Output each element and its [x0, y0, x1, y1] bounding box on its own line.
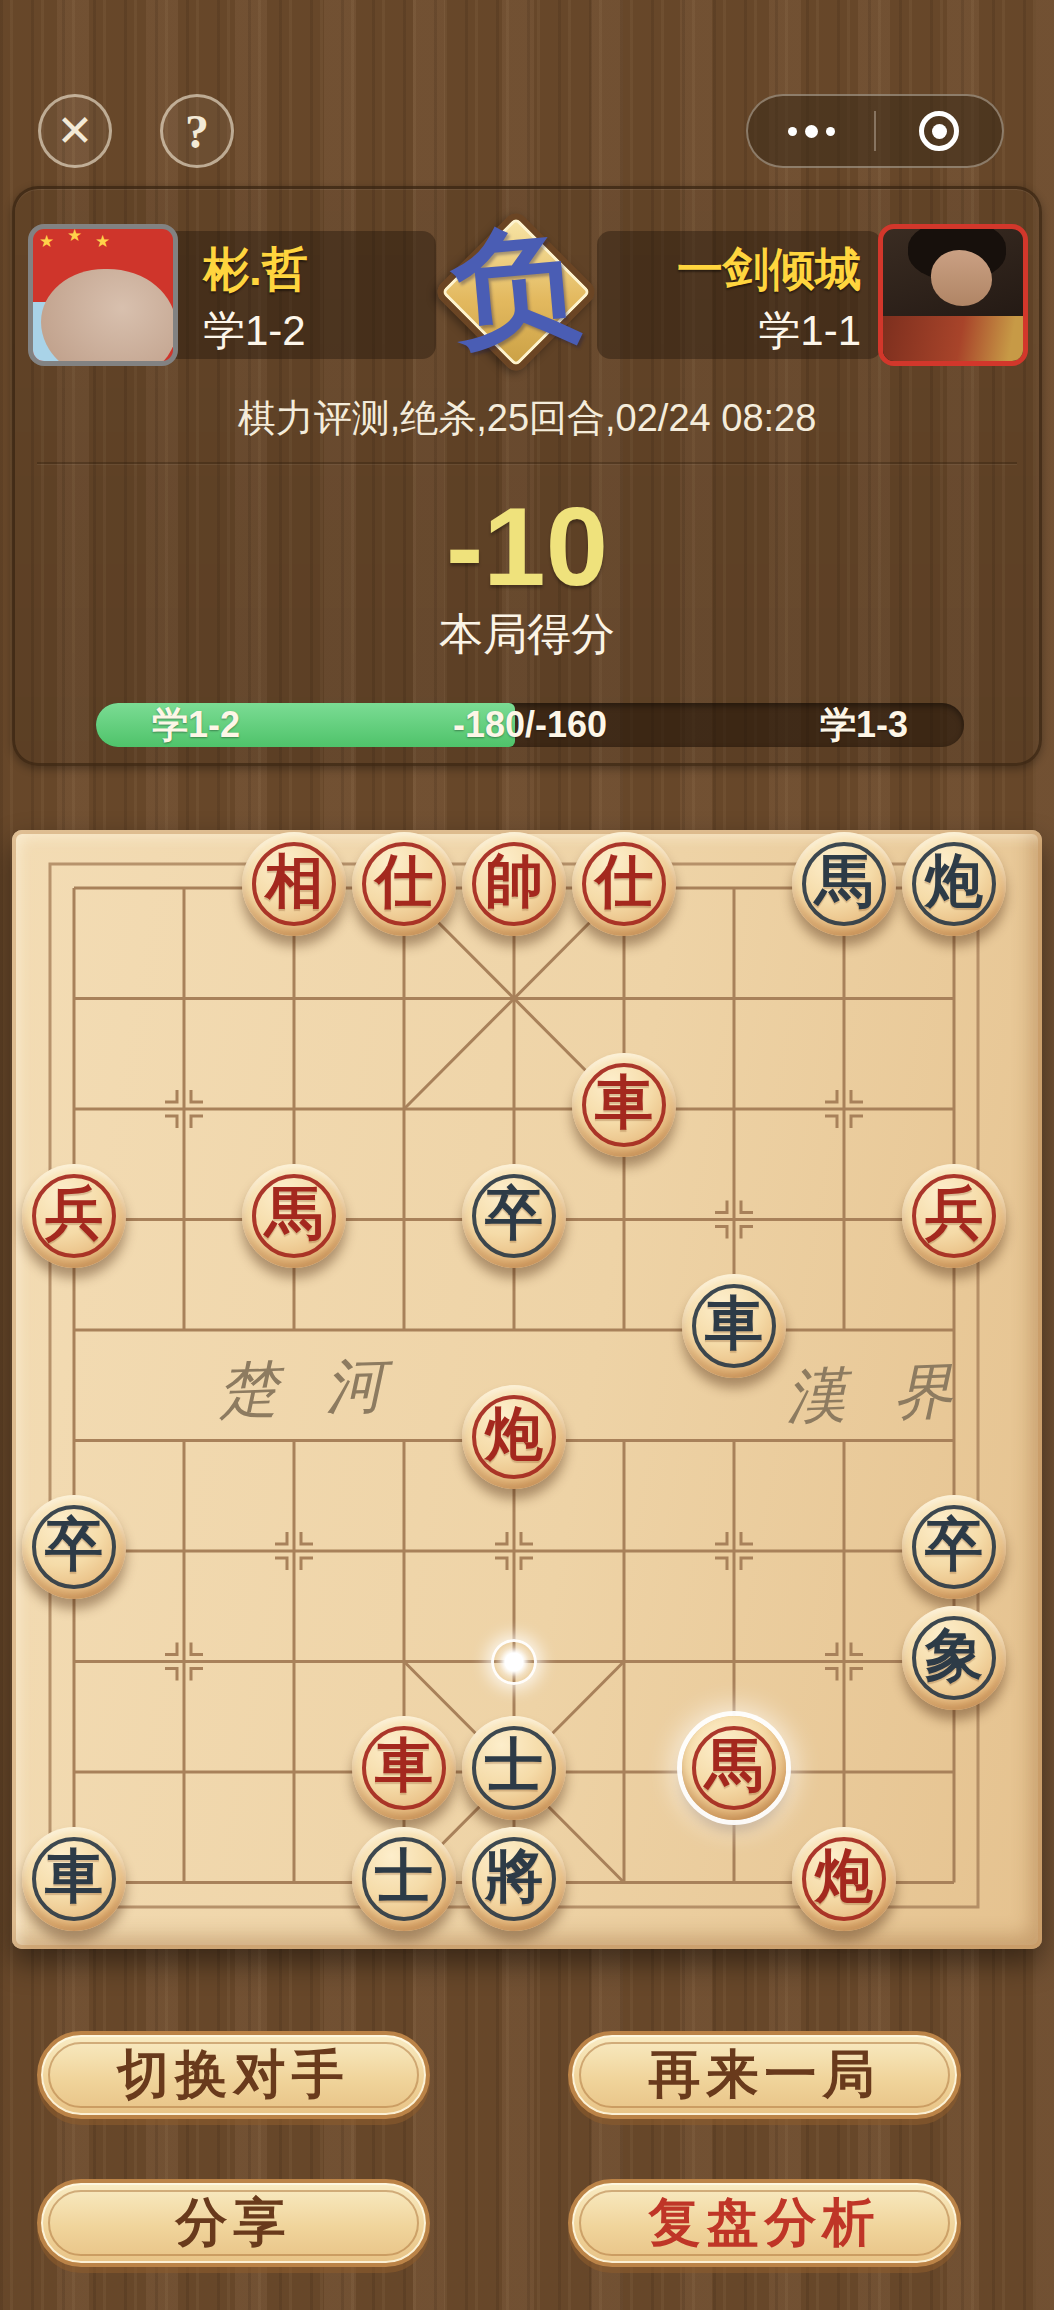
more-button[interactable] [748, 96, 874, 166]
help-button[interactable]: ? [160, 94, 234, 168]
piece-red-車[interactable]: 車 [572, 1053, 676, 1157]
xiangqi-board[interactable]: 楚 河漢 界 相仕帥仕馬炮車兵馬卒兵車炮卒卒象車士馬車士將炮 [12, 830, 1042, 1949]
match-info: 棋力评测,绝杀,25回合,02/24 08:28 [15, 393, 1039, 444]
app-root: ✕ ? ★ ★ ★ 彬.哲 [0, 0, 1054, 2310]
star-icon: ★ [39, 231, 54, 252]
piece-black-炮[interactable]: 炮 [902, 832, 1006, 936]
piece-red-馬[interactable]: 馬 [682, 1716, 786, 1820]
left-player-level: 学1-2 [203, 303, 306, 359]
badge-text: 负 [446, 199, 586, 378]
exit-button[interactable] [876, 96, 1002, 166]
wechat-capsule [746, 94, 1004, 168]
close-icon: ✕ [57, 109, 94, 153]
piece-red-兵[interactable]: 兵 [902, 1164, 1006, 1268]
more-icon [788, 127, 797, 136]
replay-analysis-button[interactable]: 复盘分析 [568, 2179, 961, 2267]
match-score-label: 本局得分 [15, 605, 1039, 664]
play-again-button[interactable]: 再来一局 [568, 2031, 961, 2119]
piece-red-炮[interactable]: 炮 [792, 1827, 896, 1931]
pieces-layer: 相仕帥仕馬炮車兵馬卒兵車炮卒卒象車士馬車士將炮 [12, 830, 1042, 1949]
left-player-avatar: ★ ★ ★ [28, 224, 178, 366]
right-player-level: 学1-1 [758, 303, 861, 359]
piece-black-象[interactable]: 象 [902, 1606, 1006, 1710]
progress-right-label: 学1-3 [820, 701, 908, 750]
piece-black-卒[interactable]: 卒 [902, 1495, 1006, 1599]
piece-black-將[interactable]: 將 [462, 1827, 566, 1931]
piece-red-馬[interactable]: 馬 [242, 1164, 346, 1268]
capsule-circle-icon [919, 111, 959, 151]
piece-black-士[interactable]: 士 [462, 1716, 566, 1820]
piece-red-兵[interactable]: 兵 [22, 1164, 126, 1268]
match-score: -10 [15, 485, 1039, 608]
right-player-name: 一剑倾城 [677, 239, 861, 301]
left-player-name: 彬.哲 [203, 239, 308, 301]
piece-black-車[interactable]: 車 [682, 1274, 786, 1378]
piece-red-仕[interactable]: 仕 [352, 832, 456, 936]
piece-black-卒[interactable]: 卒 [22, 1495, 126, 1599]
piece-red-炮[interactable]: 炮 [462, 1385, 566, 1489]
piece-red-相[interactable]: 相 [242, 832, 346, 936]
switch-opponent-button[interactable]: 切换对手 [37, 2031, 430, 2119]
result-badge: 负 [457, 233, 575, 351]
piece-red-車[interactable]: 車 [352, 1716, 456, 1820]
result-card: ★ ★ ★ 彬.哲 学1-2 一剑倾城 学1-1 负 棋力评测,绝杀,25回合,… [12, 186, 1042, 766]
score-progress-bar: 学1-2 -180/-160 学1-3 [96, 703, 964, 747]
move-origin-marker [491, 1639, 537, 1685]
help-icon: ? [185, 104, 209, 159]
card-divider [37, 462, 1017, 464]
piece-red-帥[interactable]: 帥 [462, 832, 566, 936]
close-button[interactable]: ✕ [38, 94, 112, 168]
piece-red-仕[interactable]: 仕 [572, 832, 676, 936]
piece-black-卒[interactable]: 卒 [462, 1164, 566, 1268]
piece-black-士[interactable]: 士 [352, 1827, 456, 1931]
share-button[interactable]: 分享 [37, 2179, 430, 2267]
piece-black-馬[interactable]: 馬 [792, 832, 896, 936]
piece-black-車[interactable]: 車 [22, 1827, 126, 1931]
right-player-avatar [878, 224, 1028, 366]
